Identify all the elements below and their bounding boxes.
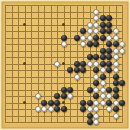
star-point [23,23,26,26]
white-stone [119,48,125,54]
black-stone [93,54,99,60]
black-stone [113,41,119,47]
black-stone [87,54,93,60]
black-stone [100,48,106,54]
grid-line-horizontal [5,122,123,123]
black-stone [100,74,106,80]
white-stone [93,15,99,21]
black-stone [100,54,106,60]
black-stone [61,106,67,112]
white-stone [54,61,60,67]
white-stone [113,100,119,106]
black-stone [93,67,99,73]
black-stone [54,100,60,106]
star-point [23,101,26,104]
white-stone [100,93,106,99]
black-stone [100,28,106,34]
white-stone [113,28,119,34]
star-point [62,101,65,104]
white-stone [35,93,41,99]
go-board[interactable] [0,0,130,130]
white-stone [113,61,119,67]
white-stone [113,113,119,119]
white-stone [80,35,86,41]
white-stone [100,87,106,93]
white-stone [93,106,99,112]
goban-frame [0,0,130,130]
black-stone [106,87,112,93]
white-stone [87,35,93,41]
black-stone [48,100,54,106]
white-stone [67,93,73,99]
black-stone [61,93,67,99]
black-stone [100,22,106,28]
white-stone [106,35,112,41]
black-stone [113,106,119,112]
black-stone [93,80,99,86]
white-stone [93,74,99,80]
white-stone [93,113,99,119]
black-stone [100,15,106,21]
black-stone [106,15,112,21]
white-stone [93,87,99,93]
white-stone [93,9,99,15]
black-stone [80,28,86,34]
grid-line-vertical [70,5,71,123]
black-stone [106,22,112,28]
white-stone [106,93,112,99]
black-stone [100,35,106,41]
white-stone [100,80,106,86]
black-stone [119,80,125,86]
star-point [62,62,65,65]
white-stone [100,100,106,106]
black-stone [87,119,93,125]
black-stone [113,80,119,86]
white-stone [61,41,67,47]
black-stone [119,100,125,106]
black-stone [106,67,112,73]
black-stone [113,87,119,93]
white-stone [74,74,80,80]
white-stone [80,41,86,47]
black-stone [61,87,67,93]
black-stone [67,67,73,73]
white-stone [106,106,112,112]
black-stone [113,93,119,99]
black-stone [80,67,86,73]
black-stone [113,74,119,80]
white-stone [113,35,119,41]
white-stone [119,41,125,47]
black-stone [54,106,60,112]
black-stone [93,41,99,47]
black-stone [80,106,86,112]
black-stone [61,35,67,41]
black-stone [80,100,86,106]
white-stone [93,61,99,67]
black-stone [87,41,93,47]
black-stone [67,87,73,93]
black-stone [41,100,47,106]
black-stone [106,48,112,54]
white-stone [113,67,119,73]
white-stone [93,28,99,34]
white-stone [87,28,93,34]
white-stone [100,67,106,73]
white-stone [35,106,41,112]
black-stone [87,100,93,106]
white-stone [113,54,119,60]
black-stone [106,41,112,47]
black-stone [106,61,112,67]
black-stone [54,93,60,99]
white-stone [41,106,47,112]
white-stone [87,22,93,28]
white-stone [113,48,119,54]
black-stone [74,35,80,41]
white-stone [87,61,93,67]
white-stone [93,100,99,106]
white-stone [93,119,99,125]
grid-line-horizontal [5,116,123,117]
black-stone [100,61,106,67]
star-point [23,62,26,65]
star-point [62,23,65,26]
black-stone [87,113,93,119]
black-stone [87,87,93,93]
black-stone [93,35,99,41]
black-stone [80,61,86,67]
black-stone [74,67,80,73]
black-stone [106,100,112,106]
white-stone [87,106,93,112]
black-stone [106,28,112,34]
white-stone [48,106,54,112]
white-stone [93,22,99,28]
black-stone [106,54,112,60]
black-stone [93,93,99,99]
black-stone [74,61,80,67]
